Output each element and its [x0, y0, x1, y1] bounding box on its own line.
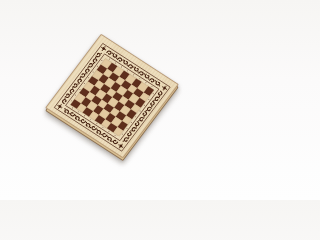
- product-photo-background: { "game": "chess", "scene": { "descripti…: [0, 0, 220, 200]
- chess-board: [45, 34, 179, 158]
- board-grid: [70, 58, 154, 136]
- photo-stage: [0, 0, 220, 200]
- chessboard-photo: [45, 34, 179, 158]
- board-shadow-wrapper: [0, 0, 220, 200]
